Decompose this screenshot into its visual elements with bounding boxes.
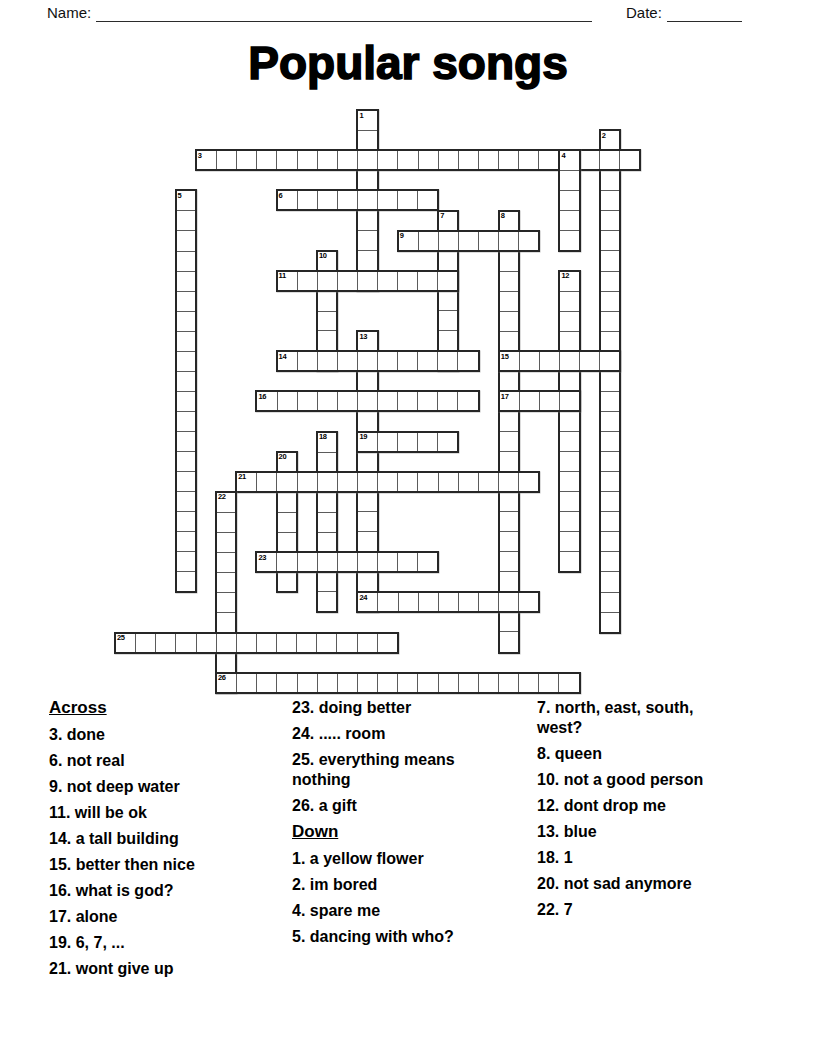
clue-column-middle: 23. doing better24. ..... room25. everyt…: [292, 698, 492, 953]
grid-cell[interactable]: [358, 473, 378, 491]
grid-cell[interactable]: [156, 634, 176, 652]
grid-cell[interactable]: [177, 572, 195, 591]
grid-cell[interactable]: [499, 593, 519, 611]
grid-cell[interactable]: [520, 352, 540, 370]
clue-down-8: 8. queen: [537, 744, 742, 764]
grid-cell[interactable]: [539, 151, 559, 169]
grid-cell[interactable]: [136, 634, 156, 652]
grid-cell[interactable]: [177, 412, 195, 432]
grid-cell[interactable]: [500, 532, 518, 552]
grid-cell[interactable]: [418, 473, 438, 491]
grid-cell[interactable]: [601, 552, 619, 572]
grid-cell[interactable]: [601, 593, 619, 613]
grid-cell[interactable]: [318, 312, 336, 332]
grid-cell[interactable]: [298, 553, 318, 571]
grid-cell[interactable]: [398, 191, 418, 209]
clue-across-25: 25. everything means nothing: [292, 750, 492, 789]
grid-cell[interactable]: [177, 432, 195, 452]
grid-cell[interactable]: [560, 452, 578, 472]
grid-cell[interactable]: [338, 674, 358, 692]
grid-cell[interactable]: [500, 572, 518, 592]
grid-cell[interactable]: [237, 151, 257, 169]
clue-across-17: 17. alone: [49, 907, 289, 927]
grid-cell[interactable]: [479, 151, 499, 169]
grid-cell[interactable]: [318, 453, 336, 473]
grid-cell[interactable]: [358, 211, 376, 231]
clue-down-4: 4. spare me: [292, 901, 492, 921]
grid-cell[interactable]: [419, 593, 439, 611]
grid-cell[interactable]: [358, 231, 376, 251]
clue-down-5: 5. dancing with who?: [292, 927, 492, 947]
grid-cell[interactable]: [177, 211, 195, 231]
grid-cell[interactable]: [560, 432, 578, 452]
grid-cell[interactable]: [358, 151, 378, 169]
grid-cell[interactable]: [318, 473, 338, 491]
grid-cell[interactable]: [500, 372, 518, 392]
clue-across-23: 23. doing better: [292, 698, 492, 718]
grid-cell[interactable]: [277, 553, 297, 571]
grid-cell[interactable]: [418, 674, 438, 692]
grid-cell[interactable]: [418, 272, 438, 290]
grid-cell[interactable]: [318, 392, 338, 410]
grid-cell[interactable]: [601, 272, 619, 292]
grid-cell[interactable]: [237, 634, 257, 652]
grid-cell[interactable]: [358, 272, 378, 290]
grid-cell[interactable]: [337, 634, 357, 652]
grid-cell[interactable]: [378, 151, 398, 169]
clue-down-18: 18. 1: [537, 848, 742, 868]
grid-cell[interactable]: [237, 674, 257, 692]
grid-cell[interactable]: [338, 473, 358, 491]
grid-cell[interactable]: [439, 251, 457, 271]
grid-cell[interactable]: [177, 332, 195, 352]
grid-cell[interactable]: [318, 553, 338, 571]
grid-cell[interactable]: [560, 211, 578, 231]
grid-cell[interactable]: [439, 232, 459, 250]
grid-cell[interactable]: [278, 513, 296, 533]
cell-number-9: 9: [400, 232, 404, 240]
clue-across-16: 16. what is god?: [49, 881, 289, 901]
grid-cell[interactable]: [600, 151, 620, 169]
grid-cell[interactable]: [298, 674, 318, 692]
grid-cell[interactable]: [338, 151, 358, 169]
word-5-down: [175, 189, 197, 593]
grid-cell[interactable]: [358, 171, 376, 191]
grid-cell[interactable]: [539, 674, 559, 692]
grid-cell[interactable]: [378, 191, 398, 209]
grid-cell[interactable]: [479, 674, 499, 692]
word-9-across: [397, 230, 540, 252]
grid-cell[interactable]: [620, 151, 639, 169]
grid-cell[interactable]: [601, 231, 619, 251]
grid-cell[interactable]: [399, 593, 419, 611]
grid-cell[interactable]: [601, 312, 619, 332]
grid-cell[interactable]: [278, 392, 298, 410]
grid-cell[interactable]: [500, 292, 518, 312]
grid-cell[interactable]: [297, 634, 317, 652]
grid-cell[interactable]: [318, 151, 338, 169]
grid-cell[interactable]: [500, 452, 518, 472]
grid-cell[interactable]: [378, 392, 398, 410]
grid-cell[interactable]: [560, 412, 578, 432]
grid-cell[interactable]: [601, 191, 619, 211]
grid-cell[interactable]: [601, 613, 619, 632]
word-23-across: [255, 551, 439, 573]
grid-cell[interactable]: [358, 392, 378, 410]
grid-cell[interactable]: [500, 432, 518, 452]
cell-number-20: 20: [279, 453, 287, 461]
grid-cell[interactable]: [358, 553, 378, 571]
grid-cell[interactable]: [338, 272, 358, 290]
word-2-down: [599, 129, 621, 634]
grid-cell[interactable]: [298, 392, 318, 410]
grid-cell[interactable]: [277, 473, 297, 491]
grid-cell[interactable]: [317, 634, 337, 652]
grid-cell[interactable]: [418, 352, 438, 370]
grid-cell[interactable]: [358, 372, 376, 392]
clue-down-12: 12. dont drop me: [537, 796, 742, 816]
grid-cell[interactable]: [177, 472, 195, 492]
grid-cell[interactable]: [601, 292, 619, 312]
grid-cell[interactable]: [298, 473, 318, 491]
grid-cell[interactable]: [358, 674, 378, 692]
grid-cell[interactable]: [217, 513, 235, 533]
grid-cell[interactable]: [217, 151, 237, 169]
grid-cell[interactable]: [560, 352, 580, 370]
grid-cell[interactable]: [378, 433, 398, 451]
grid-cell[interactable]: [318, 513, 336, 533]
cell-number-7: 7: [440, 212, 444, 220]
word-19-across: [356, 431, 459, 453]
grid-cell[interactable]: [358, 492, 376, 512]
clue-across-6: 6. not real: [49, 751, 289, 771]
cell-number-8: 8: [501, 212, 505, 220]
grid-cell[interactable]: [601, 452, 619, 472]
grid-cell[interactable]: [580, 352, 600, 370]
grid-cell[interactable]: [298, 272, 318, 290]
grid-cell[interactable]: [398, 392, 418, 410]
grid-cell[interactable]: [560, 472, 578, 492]
grid-cell[interactable]: [177, 392, 195, 412]
crossword-grid: 1234567891011121314151617181920212223242…: [115, 110, 642, 695]
clue-down-2: 2. im bored: [292, 875, 492, 895]
grid-cell[interactable]: [378, 473, 398, 491]
grid-cell[interactable]: [418, 433, 438, 451]
clue-across-15: 15. better then nice: [49, 855, 289, 875]
grid-cell[interactable]: [257, 634, 277, 652]
grid-cell[interactable]: [439, 311, 457, 331]
grid-cell[interactable]: [418, 553, 437, 571]
grid-cell[interactable]: [398, 473, 418, 491]
grid-cell[interactable]: [278, 533, 296, 553]
grid-cell[interactable]: [601, 512, 619, 532]
grid-cell[interactable]: [217, 634, 237, 652]
grid-cell[interactable]: [378, 674, 398, 692]
word-6-across: [276, 189, 440, 211]
down-heading: Down: [292, 822, 492, 842]
grid-cell[interactable]: [177, 492, 195, 512]
grid-cell[interactable]: [540, 352, 560, 370]
grid-cell[interactable]: [398, 553, 418, 571]
grid-cell[interactable]: [318, 292, 336, 312]
grid-cell[interactable]: [601, 472, 619, 492]
grid-cell[interactable]: [519, 674, 539, 692]
grid-cell[interactable]: [277, 634, 297, 652]
grid-cell[interactable]: [217, 593, 235, 613]
grid-cell[interactable]: [580, 151, 600, 169]
grid-cell[interactable]: [338, 352, 358, 370]
grid-cell[interactable]: [500, 612, 518, 632]
grid-cell[interactable]: [560, 292, 578, 312]
grid-cell[interactable]: [560, 532, 578, 552]
grid-cell[interactable]: [358, 191, 378, 209]
grid-cell[interactable]: [500, 632, 518, 651]
grid-cell[interactable]: [601, 392, 619, 412]
grid-cell[interactable]: [499, 674, 519, 692]
grid-cell[interactable]: [438, 272, 457, 290]
grid-cell[interactable]: [519, 151, 539, 169]
grid-cell[interactable]: [438, 392, 458, 410]
cell-number-5: 5: [178, 192, 182, 200]
grid-cell[interactable]: [601, 532, 619, 552]
grid-cell[interactable]: [439, 291, 457, 311]
grid-cell[interactable]: [459, 674, 479, 692]
grid-cell[interactable]: [217, 553, 235, 573]
grid-cell[interactable]: [601, 171, 619, 191]
grid-cell[interactable]: [318, 592, 336, 611]
grid-cell[interactable]: [560, 191, 578, 211]
cell-number-3: 3: [198, 152, 202, 160]
crossword-worksheet: { "header": { "name_label": "Name:", "da…: [0, 0, 816, 1056]
grid-cell[interactable]: [217, 573, 235, 593]
grid-cell[interactable]: [358, 634, 378, 652]
cell-number-26: 26: [218, 674, 226, 682]
clue-down-20: 20. not sad anymore: [537, 874, 742, 894]
grid-cell[interactable]: [519, 593, 538, 611]
grid-cell[interactable]: [479, 232, 499, 250]
grid-cell[interactable]: [398, 674, 418, 692]
grid-cell[interactable]: [318, 272, 338, 290]
grid-cell[interactable]: [177, 532, 195, 552]
grid-cell[interactable]: [398, 151, 418, 169]
grid-cell[interactable]: [499, 473, 519, 491]
grid-cell[interactable]: [358, 532, 376, 552]
grid-cell[interactable]: [217, 533, 235, 553]
word-21-across: [235, 471, 540, 493]
grid-cell[interactable]: [418, 191, 437, 209]
grid-cell[interactable]: [601, 432, 619, 452]
grid-cell[interactable]: [278, 572, 296, 591]
grid-cell[interactable]: [398, 433, 418, 451]
cell-number-13: 13: [359, 333, 367, 341]
cell-number-4: 4: [561, 152, 565, 160]
name-label: Name:: [47, 4, 91, 21]
grid-cell[interactable]: [601, 251, 619, 271]
grid-cell[interactable]: [520, 392, 540, 410]
clue-across-19: 19. 6, 7, ...: [49, 933, 289, 953]
grid-cell[interactable]: [318, 493, 336, 513]
date-blank-line[interactable]: [667, 5, 742, 22]
grid-cell[interactable]: [378, 272, 398, 290]
grid-cell[interactable]: [560, 332, 578, 352]
grid-cell[interactable]: [338, 191, 358, 209]
grid-cell[interactable]: [318, 533, 336, 553]
grid-cell[interactable]: [439, 331, 457, 351]
grid-cell[interactable]: [601, 332, 619, 352]
word-8-down: [498, 210, 520, 654]
word-15-across: [498, 350, 621, 372]
grid-cell[interactable]: [176, 634, 196, 652]
grid-cell[interactable]: [177, 352, 195, 372]
across-heading: Across: [49, 698, 289, 718]
grid-cell[interactable]: [500, 272, 518, 292]
grid-cell[interactable]: [601, 492, 619, 512]
grid-cell[interactable]: [500, 552, 518, 572]
grid-cell[interactable]: [358, 352, 378, 370]
grid-cell[interactable]: [500, 252, 518, 272]
grid-cell[interactable]: [398, 352, 418, 370]
cell-number-1: 1: [359, 112, 363, 120]
clue-column-down: 7. north, east, south, west?8. queen10. …: [537, 698, 742, 926]
grid-cell[interactable]: [500, 312, 518, 332]
grid-cell[interactable]: [257, 674, 277, 692]
grid-cell[interactable]: [358, 572, 376, 592]
clue-across-11: 11. will be ok: [49, 803, 289, 823]
grid-cell[interactable]: [560, 372, 578, 392]
grid-cell[interactable]: [318, 572, 336, 592]
grid-cell[interactable]: [500, 412, 518, 432]
grid-cell[interactable]: [318, 331, 336, 351]
grid-cell[interactable]: [197, 634, 217, 652]
grid-cell[interactable]: [458, 352, 477, 370]
grid-cell[interactable]: [439, 151, 459, 169]
name-blank-line[interactable]: [96, 5, 592, 22]
grid-cell[interactable]: [257, 473, 277, 491]
grid-cell[interactable]: [177, 312, 195, 332]
grid-cell[interactable]: [500, 492, 518, 512]
grid-cell[interactable]: [559, 674, 578, 692]
grid-cell[interactable]: [177, 452, 195, 472]
cell-number-11: 11: [279, 272, 286, 280]
clue-down-7: 7. north, east, south, west?: [537, 698, 742, 737]
grid-cell[interactable]: [499, 232, 519, 250]
grid-cell[interactable]: [177, 252, 195, 272]
word-22-down: [215, 491, 237, 694]
grid-cell[interactable]: [438, 352, 458, 370]
grid-cell[interactable]: [358, 452, 376, 472]
grid-cell[interactable]: [378, 352, 398, 370]
grid-cell[interactable]: [601, 372, 619, 392]
grid-cell[interactable]: [257, 151, 277, 169]
grid-cell[interactable]: [358, 251, 376, 271]
grid-cell[interactable]: [560, 171, 578, 191]
grid-cell[interactable]: [459, 151, 479, 169]
grid-cell[interactable]: [177, 272, 195, 292]
grid-cell[interactable]: [500, 512, 518, 532]
clue-across-14: 14. a tall building: [49, 829, 289, 849]
grid-cell[interactable]: [177, 292, 195, 312]
grid-cell[interactable]: [277, 151, 297, 169]
grid-cell[interactable]: [318, 352, 338, 370]
grid-cell[interactable]: [217, 613, 235, 633]
cell-number-6: 6: [279, 192, 283, 200]
grid-cell[interactable]: [560, 312, 578, 332]
grid-cell[interactable]: [277, 674, 297, 692]
grid-cell[interactable]: [318, 191, 338, 209]
grid-cell[interactable]: [177, 372, 195, 392]
grid-cell[interactable]: [358, 512, 376, 532]
clue-down-22: 22. 7: [537, 900, 742, 920]
grid-cell[interactable]: [479, 593, 499, 611]
grid-cell[interactable]: [601, 412, 619, 432]
grid-cell[interactable]: [358, 412, 376, 432]
clue-down-1: 1. a yellow flower: [292, 849, 492, 869]
grid-cell[interactable]: [378, 634, 397, 652]
grid-cell[interactable]: [439, 473, 459, 491]
grid-cell[interactable]: [459, 593, 479, 611]
grid-cell[interactable]: [600, 352, 619, 370]
grid-cell[interactable]: [560, 392, 579, 410]
grid-cell[interactable]: [398, 272, 418, 290]
clue-across-24: 24. ..... room: [292, 724, 492, 744]
grid-cell[interactable]: [438, 433, 457, 451]
grid-cell[interactable]: [601, 211, 619, 231]
grid-cell[interactable]: [378, 593, 398, 611]
grid-cell[interactable]: [459, 473, 479, 491]
grid-cell[interactable]: [298, 151, 318, 169]
cell-number-17: 17: [501, 393, 509, 401]
grid-cell[interactable]: [459, 232, 479, 250]
grid-cell[interactable]: [298, 352, 318, 370]
clue-across-9: 9. not deep water: [49, 777, 289, 797]
grid-cell[interactable]: [217, 653, 235, 673]
grid-cell[interactable]: [439, 593, 459, 611]
word-16-across: [255, 390, 479, 412]
word-4-down: [558, 149, 580, 252]
grid-cell[interactable]: [419, 232, 439, 250]
page-title: Popular songs: [0, 36, 816, 90]
grid-cell[interactable]: [358, 131, 376, 151]
cell-number-14: 14: [279, 353, 287, 361]
grid-cell[interactable]: [177, 231, 195, 251]
grid-cell[interactable]: [338, 392, 358, 410]
grid-cell[interactable]: [519, 473, 538, 491]
grid-cell[interactable]: [378, 553, 398, 571]
grid-cell[interactable]: [338, 553, 358, 571]
grid-cell[interactable]: [177, 512, 195, 532]
cell-number-25: 25: [117, 634, 125, 642]
grid-cell[interactable]: [418, 392, 438, 410]
grid-cell[interactable]: [500, 332, 518, 352]
grid-cell[interactable]: [560, 231, 578, 250]
grid-cell[interactable]: [439, 674, 459, 692]
cell-number-16: 16: [258, 393, 266, 401]
grid-cell[interactable]: [519, 232, 538, 250]
grid-cell[interactable]: [560, 552, 578, 571]
grid-cell[interactable]: [458, 392, 477, 410]
grid-cell[interactable]: [560, 512, 578, 532]
grid-cell[interactable]: [298, 191, 318, 209]
grid-cell[interactable]: [278, 493, 296, 513]
grid-cell[interactable]: [499, 151, 519, 169]
grid-cell[interactable]: [540, 392, 560, 410]
grid-cell[interactable]: [318, 674, 338, 692]
grid-cell[interactable]: [601, 572, 619, 592]
grid-cell[interactable]: [479, 473, 499, 491]
grid-cell[interactable]: [419, 151, 439, 169]
grid-cell[interactable]: [560, 492, 578, 512]
grid-cell[interactable]: [177, 552, 195, 572]
